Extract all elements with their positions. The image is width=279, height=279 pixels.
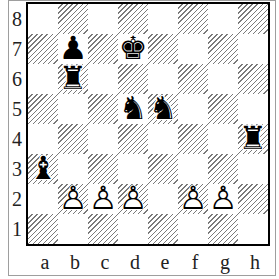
file-label-g: g — [210, 249, 240, 275]
square-g4[interactable] — [208, 124, 238, 154]
piece-white-pawn[interactable]: ♟♙ — [58, 184, 88, 214]
square-e4[interactable] — [148, 124, 178, 154]
square-a3[interactable]: ♝ — [28, 154, 58, 184]
square-f2[interactable]: ♟♙ — [178, 184, 208, 214]
square-f8[interactable] — [178, 4, 208, 34]
square-e1[interactable] — [148, 214, 178, 244]
piece-black-bishop[interactable]: ♝ — [28, 154, 58, 184]
piece-white-pawn[interactable]: ♟♙ — [208, 184, 238, 214]
square-d2[interactable]: ♟♙ — [118, 184, 148, 214]
rank-label-4: 4 — [9, 124, 25, 154]
square-c8[interactable] — [88, 4, 118, 34]
square-d7[interactable]: ♚ — [118, 34, 148, 64]
square-g2[interactable]: ♟♙ — [208, 184, 238, 214]
square-a1[interactable] — [28, 214, 58, 244]
square-f7[interactable] — [178, 34, 208, 64]
square-a7[interactable] — [28, 34, 58, 64]
square-h2[interactable] — [238, 184, 268, 214]
rank-label-3: 3 — [9, 154, 25, 184]
piece-white-pawn[interactable]: ♟♙ — [118, 184, 148, 214]
square-f4[interactable] — [178, 124, 208, 154]
file-label-a: a — [30, 249, 60, 275]
square-b2[interactable]: ♟♙ — [58, 184, 88, 214]
square-a6[interactable] — [28, 64, 58, 94]
square-e7[interactable] — [148, 34, 178, 64]
piece-black-rook[interactable]: ♜ — [58, 64, 88, 94]
square-h3[interactable] — [238, 154, 268, 184]
square-h6[interactable] — [238, 64, 268, 94]
square-a2[interactable] — [28, 184, 58, 214]
square-g7[interactable] — [208, 34, 238, 64]
piece-black-knight[interactable]: ♞ — [148, 94, 178, 124]
square-c7[interactable] — [88, 34, 118, 64]
square-b5[interactable] — [58, 94, 88, 124]
square-b4[interactable] — [58, 124, 88, 154]
square-h1[interactable] — [238, 214, 268, 244]
square-d5[interactable]: ♞ — [118, 94, 148, 124]
square-b1[interactable] — [58, 214, 88, 244]
rank-label-1: 1 — [9, 214, 25, 244]
file-label-f: f — [180, 249, 210, 275]
square-e3[interactable] — [148, 154, 178, 184]
piece-black-king[interactable]: ♚ — [118, 34, 148, 64]
file-label-d: d — [120, 249, 150, 275]
square-h7[interactable] — [238, 34, 268, 64]
piece-black-rook[interactable]: ♜ — [238, 124, 268, 154]
square-g6[interactable] — [208, 64, 238, 94]
square-f6[interactable] — [178, 64, 208, 94]
square-c1[interactable] — [88, 214, 118, 244]
square-c4[interactable] — [88, 124, 118, 154]
file-label-e: e — [150, 249, 180, 275]
square-f1[interactable] — [178, 214, 208, 244]
square-g1[interactable] — [208, 214, 238, 244]
square-e8[interactable] — [148, 4, 178, 34]
square-a5[interactable] — [28, 94, 58, 124]
square-d1[interactable] — [118, 214, 148, 244]
square-e2[interactable] — [148, 184, 178, 214]
square-e5[interactable]: ♞ — [148, 94, 178, 124]
square-c6[interactable] — [88, 64, 118, 94]
file-label-b: b — [60, 249, 90, 275]
square-d4[interactable] — [118, 124, 148, 154]
file-label-h: h — [240, 249, 270, 275]
square-h8[interactable] — [238, 4, 268, 34]
piece-white-pawn[interactable]: ♟♙ — [88, 184, 118, 214]
rank-label-2: 2 — [9, 184, 25, 214]
file-label-c: c — [90, 249, 120, 275]
square-g8[interactable] — [208, 4, 238, 34]
square-h4[interactable]: ♜ — [238, 124, 268, 154]
square-a8[interactable] — [28, 4, 58, 34]
rank-label-5: 5 — [9, 94, 25, 124]
square-g5[interactable] — [208, 94, 238, 124]
piece-black-knight[interactable]: ♞ — [118, 94, 148, 124]
piece-white-pawn[interactable]: ♟♙ — [178, 184, 208, 214]
square-f5[interactable] — [178, 94, 208, 124]
square-b6[interactable]: ♜ — [58, 64, 88, 94]
rank-label-6: 6 — [9, 64, 25, 94]
rank-label-8: 8 — [9, 4, 25, 34]
rank-label-7: 7 — [9, 34, 25, 64]
square-c2[interactable]: ♟♙ — [88, 184, 118, 214]
square-c5[interactable] — [88, 94, 118, 124]
chess-board: ♟♚♜♞♞♜♝♟♙♟♙♟♙♟♙♟♙ — [26, 2, 270, 246]
